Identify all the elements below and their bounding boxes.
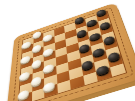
black-checker-piece[interactable] — [103, 35, 115, 45]
white-checker-piece[interactable] — [43, 81, 54, 93]
black-checker-piece[interactable] — [74, 16, 84, 24]
photo-scene — [0, 0, 135, 101]
black-checker-piece[interactable] — [96, 9, 107, 17]
checkers-board — [6, 3, 135, 101]
board-square-r5c6[interactable] — [92, 50, 107, 62]
board-grid — [19, 12, 126, 101]
black-checker-piece[interactable] — [92, 47, 104, 57]
black-checker-piece[interactable] — [78, 43, 89, 53]
white-checker-piece[interactable] — [19, 71, 29, 82]
board-square-r7c0[interactable] — [19, 92, 32, 101]
black-checker-piece[interactable] — [96, 64, 109, 76]
board-square-r3c6[interactable] — [89, 35, 103, 46]
board-wood-slab — [6, 3, 135, 101]
white-checker-piece[interactable] — [32, 31, 41, 39]
